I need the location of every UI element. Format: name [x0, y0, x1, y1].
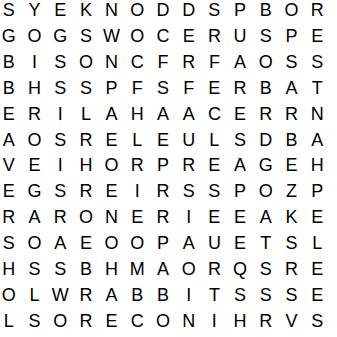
cell-r13c11[interactable]: R	[253, 308, 279, 334]
cell-r7c4[interactable]: H	[73, 153, 99, 179]
cell-r10c7[interactable]: P	[150, 230, 176, 256]
cell-r8c3[interactable]: S	[47, 178, 73, 204]
cell-r3c12[interactable]: S	[279, 49, 305, 75]
cell-r10c12[interactable]: S	[279, 230, 305, 256]
cell-r1c5[interactable]: N	[99, 0, 125, 23]
cell-r12c10[interactable]: S	[227, 282, 253, 308]
cell-r13c10[interactable]: H	[227, 308, 253, 334]
cell-r8c11[interactable]: O	[253, 178, 279, 204]
cell-r5c4[interactable]: L	[73, 101, 99, 127]
cell-r3c5[interactable]: N	[99, 49, 125, 75]
cell-r9c8[interactable]: I	[176, 204, 202, 230]
cell-r9c9[interactable]: E	[202, 204, 228, 230]
cell-r3c2[interactable]: I	[22, 49, 48, 75]
cell-r10c1[interactable]: S	[0, 230, 22, 256]
cell-r8c4[interactable]: R	[73, 178, 99, 204]
cell-r11c13[interactable]: E	[304, 256, 330, 282]
cell-r11c9[interactable]: R	[202, 256, 228, 282]
cell-r4c5[interactable]: P	[99, 75, 125, 101]
cell-r10c3[interactable]: A	[47, 230, 73, 256]
cell-r4c6[interactable]: F	[124, 75, 150, 101]
cell-r2c9[interactable]: R	[202, 23, 228, 49]
cell-r4c3[interactable]: S	[47, 75, 73, 101]
cell-r13c12[interactable]: V	[279, 308, 305, 334]
cell-r3c11[interactable]: O	[253, 49, 279, 75]
cell-r3c10[interactable]: A	[227, 49, 253, 75]
cell-r12c12[interactable]: S	[279, 282, 305, 308]
cell-r12c9[interactable]: T	[202, 282, 228, 308]
cell-r2c4[interactable]: S	[73, 23, 99, 49]
cell-r10c11[interactable]: T	[253, 230, 279, 256]
cell-r6c6[interactable]: L	[124, 127, 150, 153]
cell-r8c13[interactable]: P	[304, 178, 330, 204]
cell-r11c7[interactable]: A	[150, 256, 176, 282]
cell-r1c6[interactable]: O	[124, 0, 150, 23]
cell-r2c3[interactable]: G	[47, 23, 73, 49]
cell-r5c2[interactable]: R	[22, 101, 48, 127]
cell-r2c7[interactable]: C	[150, 23, 176, 49]
cell-r9c13[interactable]: E	[304, 204, 330, 230]
cell-r8c10[interactable]: P	[227, 178, 253, 204]
cell-r9c10[interactable]: E	[227, 204, 253, 230]
cell-r10c9[interactable]: U	[202, 230, 228, 256]
cell-r9c12[interactable]: K	[279, 204, 305, 230]
cell-r10c13[interactable]: L	[304, 230, 330, 256]
cell-r11c8[interactable]: O	[176, 256, 202, 282]
cell-r10c4[interactable]: E	[73, 230, 99, 256]
cell-r2c1[interactable]: G	[0, 23, 22, 49]
cell-r12c8[interactable]: I	[176, 282, 202, 308]
cell-r3c1[interactable]: B	[0, 49, 22, 75]
cell-r2c2[interactable]: O	[22, 23, 48, 49]
cell-r3c7[interactable]: F	[150, 49, 176, 75]
cell-r13c5[interactable]: E	[99, 308, 125, 334]
cell-r5c9[interactable]: C	[202, 101, 228, 127]
cell-r5c8[interactable]: A	[176, 101, 202, 127]
cell-r12c3[interactable]: W	[47, 282, 73, 308]
cell-r10c5[interactable]: O	[99, 230, 125, 256]
cell-r12c11[interactable]: S	[253, 282, 279, 308]
cell-r10c10[interactable]: E	[227, 230, 253, 256]
cell-r8c12[interactable]: Z	[279, 178, 305, 204]
cell-r5c7[interactable]: A	[150, 101, 176, 127]
cell-r13c3[interactable]: O	[47, 308, 73, 334]
cell-r13c2[interactable]: S	[22, 308, 48, 334]
cell-r6c12[interactable]: B	[279, 127, 305, 153]
cell-r1c8[interactable]: D	[176, 0, 202, 23]
cell-r8c9[interactable]: S	[202, 178, 228, 204]
cell-r11c4[interactable]: B	[73, 256, 99, 282]
cell-r7c10[interactable]: A	[227, 153, 253, 179]
cell-r6c13[interactable]: A	[304, 127, 330, 153]
cell-r6c1[interactable]: A	[0, 127, 22, 153]
word-search-board: SYEKNODDSPBORGOGSWOCERUSPEBISONCFRFAOSSB…	[0, 0, 330, 334]
cell-r8c6[interactable]: I	[124, 178, 150, 204]
cell-r10c8[interactable]: A	[176, 230, 202, 256]
cell-r7c5[interactable]: O	[99, 153, 125, 179]
cell-r7c6[interactable]: R	[124, 153, 150, 179]
cell-r13c9[interactable]: I	[202, 308, 228, 334]
cell-r3c6[interactable]: C	[124, 49, 150, 75]
cell-r7c8[interactable]: R	[176, 153, 202, 179]
cell-r4c13[interactable]: T	[304, 75, 330, 101]
cell-r12c6[interactable]: B	[124, 282, 150, 308]
cell-r1c1[interactable]: S	[0, 0, 22, 23]
cell-r5c11[interactable]: R	[253, 101, 279, 127]
cell-r1c9[interactable]: S	[202, 0, 228, 23]
cell-r2c6[interactable]: O	[124, 23, 150, 49]
cell-r8c5[interactable]: E	[99, 178, 125, 204]
cell-r6c5[interactable]: E	[99, 127, 125, 153]
cell-r9c1[interactable]: R	[0, 204, 22, 230]
cell-r11c1[interactable]: H	[0, 256, 22, 282]
cell-r8c8[interactable]: S	[176, 178, 202, 204]
cell-r8c1[interactable]: E	[0, 178, 22, 204]
cell-r11c5[interactable]: H	[99, 256, 125, 282]
cell-r4c4[interactable]: S	[73, 75, 99, 101]
cell-r10c6[interactable]: O	[124, 230, 150, 256]
cell-r13c4[interactable]: R	[73, 308, 99, 334]
cell-r11c2[interactable]: S	[22, 256, 48, 282]
cell-r9c4[interactable]: O	[73, 204, 99, 230]
cell-r13c7[interactable]: O	[150, 308, 176, 334]
cell-r8c7[interactable]: R	[150, 178, 176, 204]
cell-r5c10[interactable]: E	[227, 101, 253, 127]
cell-r6c11[interactable]: D	[253, 127, 279, 153]
cell-r7c11[interactable]: G	[253, 153, 279, 179]
cell-r7c13[interactable]: H	[304, 153, 330, 179]
cell-r6c3[interactable]: S	[47, 127, 73, 153]
cell-r9c11[interactable]: A	[253, 204, 279, 230]
cell-r12c13[interactable]: E	[304, 282, 330, 308]
cell-r4c7[interactable]: S	[150, 75, 176, 101]
cell-r2c13[interactable]: E	[304, 23, 330, 49]
cell-r12c1[interactable]: O	[0, 282, 22, 308]
cell-r2c10[interactable]: U	[227, 23, 253, 49]
cell-r13c6[interactable]: C	[124, 308, 150, 334]
cell-r3c13[interactable]: S	[304, 49, 330, 75]
cell-r6c7[interactable]: E	[150, 127, 176, 153]
cell-r9c5[interactable]: N	[99, 204, 125, 230]
cell-r12c7[interactable]: B	[150, 282, 176, 308]
cell-r1c12[interactable]: O	[279, 0, 305, 23]
cell-r1c2[interactable]: Y	[22, 0, 48, 23]
cell-r13c1[interactable]: L	[0, 308, 22, 334]
cell-r11c11[interactable]: S	[253, 256, 279, 282]
cell-r10c2[interactable]: O	[22, 230, 48, 256]
cell-r1c4[interactable]: K	[73, 0, 99, 23]
cell-r7c9[interactable]: E	[202, 153, 228, 179]
cell-r7c2[interactable]: E	[22, 153, 48, 179]
cell-r8c2[interactable]: G	[22, 178, 48, 204]
cell-r4c8[interactable]: F	[176, 75, 202, 101]
cell-r11c3[interactable]: S	[47, 256, 73, 282]
cell-r2c8[interactable]: E	[176, 23, 202, 49]
cell-r6c2[interactable]: O	[22, 127, 48, 153]
cell-r6c4[interactable]: R	[73, 127, 99, 153]
cell-r7c3[interactable]: I	[47, 153, 73, 179]
cell-r9c7[interactable]: R	[150, 204, 176, 230]
cell-r12c2[interactable]: L	[22, 282, 48, 308]
cell-r12c5[interactable]: A	[99, 282, 125, 308]
cell-r9c3[interactable]: R	[47, 204, 73, 230]
cell-r1c7[interactable]: D	[150, 0, 176, 23]
cell-r4c12[interactable]: A	[279, 75, 305, 101]
cell-r6c10[interactable]: S	[227, 127, 253, 153]
cell-r13c13[interactable]: S	[304, 308, 330, 334]
cell-r11c6[interactable]: M	[124, 256, 150, 282]
cell-r4c1[interactable]: B	[0, 75, 22, 101]
cell-r1c3[interactable]: E	[47, 0, 73, 23]
cell-r2c12[interactable]: P	[279, 23, 305, 49]
cell-r4c10[interactable]: R	[227, 75, 253, 101]
cell-r13c8[interactable]: N	[176, 308, 202, 334]
cell-r11c12[interactable]: R	[279, 256, 305, 282]
cell-r1c10[interactable]: P	[227, 0, 253, 23]
cell-r6c9[interactable]: L	[202, 127, 228, 153]
cell-r3c9[interactable]: F	[202, 49, 228, 75]
cell-r7c12[interactable]: E	[279, 153, 305, 179]
cell-r6c8[interactable]: U	[176, 127, 202, 153]
cell-r5c3[interactable]: I	[47, 101, 73, 127]
cell-r5c13[interactable]: N	[304, 101, 330, 127]
cell-r5c12[interactable]: R	[279, 101, 305, 127]
cell-r5c5[interactable]: A	[99, 101, 125, 127]
cell-r1c13[interactable]: R	[304, 0, 330, 23]
cell-r5c6[interactable]: H	[124, 101, 150, 127]
cell-r12c4[interactable]: R	[73, 282, 99, 308]
cell-r11c10[interactable]: Q	[227, 256, 253, 282]
cell-r7c1[interactable]: V	[0, 153, 22, 179]
cell-r9c6[interactable]: E	[124, 204, 150, 230]
cell-r4c9[interactable]: E	[202, 75, 228, 101]
cell-r5c1[interactable]: E	[0, 101, 22, 127]
cell-r1c11[interactable]: B	[253, 0, 279, 23]
cell-r7c7[interactable]: P	[150, 153, 176, 179]
cell-r2c5[interactable]: W	[99, 23, 125, 49]
cell-r9c2[interactable]: A	[22, 204, 48, 230]
cell-r3c4[interactable]: O	[73, 49, 99, 75]
cell-r2c11[interactable]: S	[253, 23, 279, 49]
word-search-puzzle: SYEKNODDSPBORGOGSWOCERUSPEBISONCFRFAOSSB…	[0, 0, 337, 337]
cell-r3c8[interactable]: R	[176, 49, 202, 75]
cell-r4c11[interactable]: B	[253, 75, 279, 101]
cell-r4c2[interactable]: H	[22, 75, 48, 101]
cell-r3c3[interactable]: S	[47, 49, 73, 75]
